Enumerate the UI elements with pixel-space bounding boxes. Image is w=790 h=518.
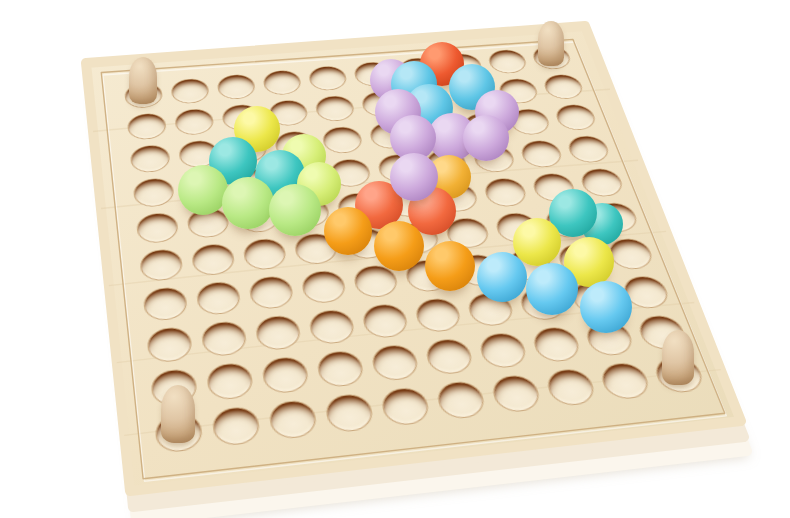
balls-layer	[0, 0, 790, 518]
bead-orange-center-pyramid[interactable]	[324, 207, 372, 255]
bead-skyblue-right-pyramid[interactable]	[526, 263, 578, 315]
bead-green-left-pyramid[interactable]	[222, 177, 274, 229]
bead-green-left-pyramid[interactable]	[269, 184, 321, 236]
bead-yellow-right-pyramid[interactable]	[513, 218, 561, 266]
bead-purple-top-pyramid[interactable]	[463, 115, 509, 161]
bead-skyblue-right-pyramid[interactable]	[580, 281, 632, 333]
bead-purple-center-pyramid[interactable]	[390, 153, 438, 201]
bead-orange-center-pyramid[interactable]	[425, 241, 475, 291]
bead-skyblue-right-pyramid[interactable]	[477, 252, 527, 302]
bead-orange-center-pyramid[interactable]	[374, 221, 424, 271]
bead-green-left-pyramid[interactable]	[178, 165, 228, 215]
bead-board-scene	[0, 0, 790, 518]
